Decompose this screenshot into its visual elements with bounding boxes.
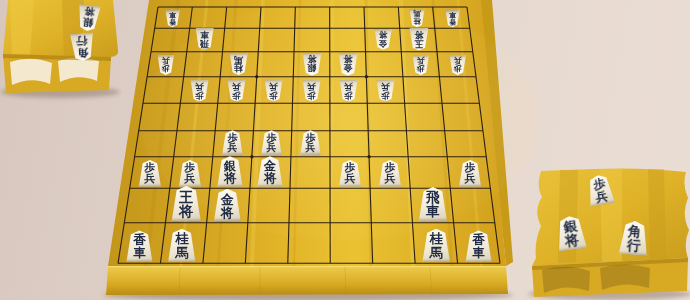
shogi-scene: 香車桂馬香車飛車金将玉将歩兵桂馬銀将金将歩兵歩兵歩兵歩兵歩兵歩兵歩兵歩兵歩兵歩兵… bbox=[0, 0, 690, 300]
gote-piece-stand[interactable] bbox=[3, 0, 118, 93]
sente-piece-stand[interactable] bbox=[532, 168, 689, 297]
shogi-board[interactable] bbox=[0, 0, 690, 300]
